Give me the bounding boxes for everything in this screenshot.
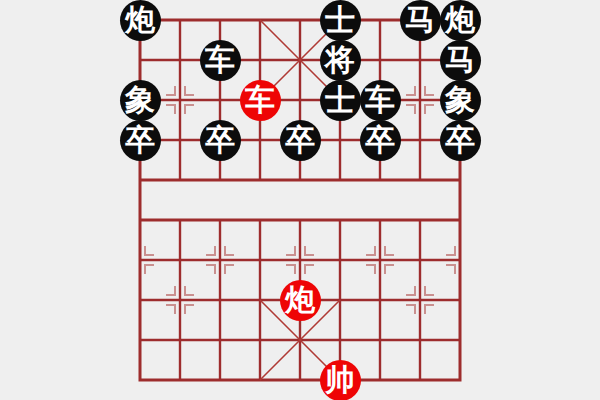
piece-black-soldier[interactable]: 卒 <box>440 120 481 161</box>
piece-red-cannon[interactable]: 炮 <box>280 280 321 321</box>
piece-black-cannon[interactable]: 炮 <box>120 0 161 41</box>
piece-black-chariot[interactable]: 车 <box>360 80 401 121</box>
xiangqi-board: 炮士马炮车将马象车士车象卒卒卒卒卒炮帅 <box>0 0 600 400</box>
piece-black-horse[interactable]: 马 <box>400 0 441 41</box>
piece-black-soldier[interactable]: 卒 <box>360 120 401 161</box>
piece-grid: 炮士马炮车将马象车士车象卒卒卒卒卒炮帅 <box>120 0 480 400</box>
piece-black-advisor[interactable]: 士 <box>320 80 361 121</box>
piece-red-general[interactable]: 帅 <box>320 360 361 400</box>
piece-black-elephant[interactable]: 象 <box>440 80 481 121</box>
piece-red-chariot[interactable]: 车 <box>240 80 281 121</box>
piece-black-general[interactable]: 将 <box>320 40 361 81</box>
piece-black-elephant[interactable]: 象 <box>120 80 161 121</box>
piece-black-soldier[interactable]: 卒 <box>200 120 241 161</box>
piece-black-chariot[interactable]: 车 <box>200 40 241 81</box>
piece-black-soldier[interactable]: 卒 <box>120 120 161 161</box>
piece-black-advisor[interactable]: 士 <box>320 0 361 41</box>
piece-black-soldier[interactable]: 卒 <box>280 120 321 161</box>
piece-black-cannon[interactable]: 炮 <box>440 0 481 41</box>
piece-black-horse[interactable]: 马 <box>440 40 481 81</box>
